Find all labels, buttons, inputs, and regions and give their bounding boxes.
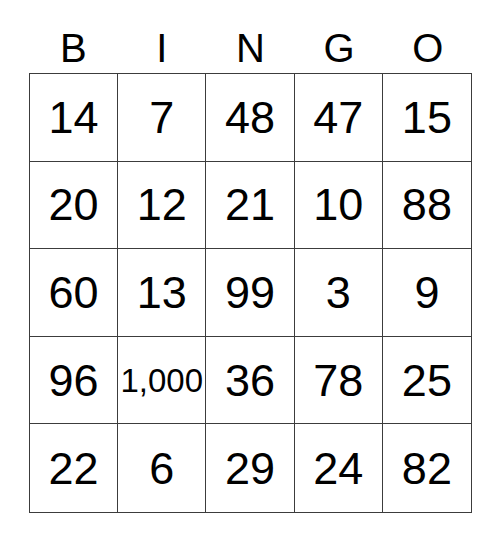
column-letter-b: B: [29, 22, 118, 73]
bingo-cell-r4c2[interactable]: 1,000: [118, 337, 206, 425]
column-letter-o: O: [383, 22, 472, 73]
bingo-cell-r1c4[interactable]: 47: [295, 74, 383, 162]
bingo-cell-r5c5[interactable]: 82: [383, 424, 471, 512]
bingo-cell-r4c5[interactable]: 25: [383, 337, 471, 425]
bingo-grid: 14 7 48 47 15 20 12 21 10 88 60 13 99 3 …: [29, 73, 472, 513]
bingo-cell-r1c2[interactable]: 7: [118, 74, 206, 162]
bingo-cell-r3c2[interactable]: 13: [118, 249, 206, 337]
bingo-cell-r2c4[interactable]: 10: [295, 162, 383, 250]
bingo-cell-r3c3[interactable]: 99: [206, 249, 294, 337]
bingo-cell-r3c1[interactable]: 60: [30, 249, 118, 337]
bingo-cell-r4c1[interactable]: 96: [30, 337, 118, 425]
column-letter-n: N: [206, 22, 295, 73]
bingo-cell-r1c1[interactable]: 14: [30, 74, 118, 162]
bingo-card: B I N G O 14 7 48 47 15 20 12 21 10 88 6…: [29, 0, 472, 513]
bingo-cell-r5c4[interactable]: 24: [295, 424, 383, 512]
bingo-header-row: B I N G O: [29, 0, 472, 73]
bingo-cell-r1c3[interactable]: 48: [206, 74, 294, 162]
bingo-cell-r5c3[interactable]: 29: [206, 424, 294, 512]
bingo-cell-r2c3[interactable]: 21: [206, 162, 294, 250]
column-letter-g: G: [295, 22, 384, 73]
bingo-cell-r3c4[interactable]: 3: [295, 249, 383, 337]
bingo-cell-r4c3[interactable]: 36: [206, 337, 294, 425]
bingo-cell-r1c5[interactable]: 15: [383, 74, 471, 162]
bingo-cell-r2c2[interactable]: 12: [118, 162, 206, 250]
bingo-cell-r4c4[interactable]: 78: [295, 337, 383, 425]
bingo-cell-r5c1[interactable]: 22: [30, 424, 118, 512]
column-letter-i: I: [118, 22, 207, 73]
bingo-cell-r3c5[interactable]: 9: [383, 249, 471, 337]
bingo-cell-r2c1[interactable]: 20: [30, 162, 118, 250]
bingo-cell-r2c5[interactable]: 88: [383, 162, 471, 250]
bingo-cell-r5c2[interactable]: 6: [118, 424, 206, 512]
